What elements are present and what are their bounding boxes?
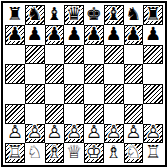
piece-glyph: ♕	[66, 143, 82, 161]
square-g5[interactable]	[124, 64, 144, 84]
square-g4[interactable]	[124, 84, 144, 104]
piece-black-pawn[interactable]: ♟♟	[5, 25, 25, 45]
piece-glyph: ♖	[145, 143, 161, 161]
square-d2[interactable]: ♟♙	[64, 124, 84, 144]
piece-black-rook[interactable]: ♜♜	[143, 5, 163, 25]
piece-white-pawn[interactable]: ♟♙	[84, 124, 104, 144]
piece-glyph: ♚	[86, 5, 102, 23]
square-b5[interactable]	[25, 64, 45, 84]
piece-black-bishop[interactable]: ♝♝	[45, 5, 65, 25]
chess-diagram: { "game": "chess", "description": "Monoc…	[0, 0, 168, 168]
square-h7[interactable]: ♟♟	[143, 25, 163, 45]
square-c3[interactable]	[45, 104, 65, 124]
square-b8[interactable]: ♞♞	[25, 5, 45, 25]
square-c5[interactable]	[45, 64, 65, 84]
piece-glyph: ♞	[27, 5, 43, 23]
square-g1[interactable]: ♞♘	[124, 143, 144, 163]
piece-glyph: ♟	[46, 25, 62, 43]
square-a3[interactable]	[5, 104, 25, 124]
square-h4[interactable]	[143, 84, 163, 104]
piece-white-pawn[interactable]: ♟♙	[124, 124, 144, 144]
piece-white-pawn[interactable]: ♟♙	[104, 124, 124, 144]
square-d4[interactable]	[64, 84, 84, 104]
square-f6[interactable]	[104, 45, 124, 65]
square-e8[interactable]: ♚♚	[84, 5, 104, 25]
piece-black-knight[interactable]: ♞♞	[124, 5, 144, 25]
board-frame: ♜♜♞♞♝♝♛♛♚♚♝♝♞♞♜♜♟♟♟♟♟♟♟♟♟♟♟♟♟♟♟♟♟♙♟♙♟♙♟♙…	[1, 1, 167, 167]
square-a7[interactable]: ♟♟	[5, 25, 25, 45]
square-a5[interactable]	[5, 64, 25, 84]
piece-glyph: ♙	[125, 124, 141, 142]
piece-glyph: ♟	[7, 25, 23, 43]
square-f8[interactable]: ♝♝	[104, 5, 124, 25]
piece-white-pawn[interactable]: ♟♙	[25, 124, 45, 144]
piece-glyph: ♟	[66, 25, 82, 43]
piece-glyph: ♙	[46, 124, 62, 142]
square-b4[interactable]	[25, 84, 45, 104]
piece-glyph: ♞	[125, 5, 141, 23]
square-c8[interactable]: ♝♝	[45, 5, 65, 25]
piece-white-pawn[interactable]: ♟♙	[143, 124, 163, 144]
square-e5[interactable]	[84, 64, 104, 84]
square-d1[interactable]: ♛♕	[64, 143, 84, 163]
square-g7[interactable]: ♟♟	[124, 25, 144, 45]
square-b3[interactable]	[25, 104, 45, 124]
piece-white-pawn[interactable]: ♟♙	[45, 124, 65, 144]
square-e6[interactable]	[84, 45, 104, 65]
square-d7[interactable]: ♟♟	[64, 25, 84, 45]
square-f2[interactable]: ♟♙	[104, 124, 124, 144]
piece-glyph: ♙	[145, 124, 161, 142]
square-d3[interactable]	[64, 104, 84, 124]
piece-glyph: ♟	[125, 25, 141, 43]
piece-black-pawn[interactable]: ♟♟	[84, 25, 104, 45]
piece-white-rook[interactable]: ♜♖	[5, 143, 25, 163]
piece-black-bishop[interactable]: ♝♝	[104, 5, 124, 25]
piece-glyph: ♘	[125, 143, 141, 161]
square-f4[interactable]	[104, 84, 124, 104]
square-e1[interactable]: ♚♔	[84, 143, 104, 163]
square-g6[interactable]	[124, 45, 144, 65]
square-h3[interactable]	[143, 104, 163, 124]
piece-glyph: ♗	[46, 143, 62, 161]
square-a6[interactable]	[5, 45, 25, 65]
square-h8[interactable]: ♜♜	[143, 5, 163, 25]
piece-white-knight[interactable]: ♞♘	[25, 143, 45, 163]
piece-white-pawn[interactable]: ♟♙	[64, 124, 84, 144]
square-c6[interactable]	[45, 45, 65, 65]
piece-black-pawn[interactable]: ♟♟	[124, 25, 144, 45]
piece-black-pawn[interactable]: ♟♟	[45, 25, 65, 45]
piece-black-king[interactable]: ♚♚	[84, 5, 104, 25]
piece-white-king[interactable]: ♚♔	[84, 143, 104, 163]
square-c7[interactable]: ♟♟	[45, 25, 65, 45]
chess-board: ♜♜♞♞♝♝♛♛♚♚♝♝♞♞♜♜♟♟♟♟♟♟♟♟♟♟♟♟♟♟♟♟♟♙♟♙♟♙♟♙…	[5, 5, 163, 163]
piece-glyph: ♙	[106, 124, 122, 142]
square-a2[interactable]: ♟♙	[5, 124, 25, 144]
square-c4[interactable]	[45, 84, 65, 104]
piece-glyph: ♜	[7, 5, 23, 23]
square-e2[interactable]: ♟♙	[84, 124, 104, 144]
piece-glyph: ♝	[106, 5, 122, 23]
square-c1[interactable]: ♝♗	[45, 143, 65, 163]
square-a1[interactable]: ♜♖	[5, 143, 25, 163]
square-e4[interactable]	[84, 84, 104, 104]
square-e3[interactable]	[84, 104, 104, 124]
piece-glyph: ♙	[7, 124, 23, 142]
square-f7[interactable]: ♟♟	[104, 25, 124, 45]
piece-white-rook[interactable]: ♜♖	[143, 143, 163, 163]
piece-white-knight[interactable]: ♞♘	[124, 143, 144, 163]
piece-glyph: ♜	[145, 5, 161, 23]
piece-white-queen[interactable]: ♛♕	[64, 143, 84, 163]
square-f5[interactable]	[104, 64, 124, 84]
piece-glyph: ♗	[106, 143, 122, 161]
square-g3[interactable]	[124, 104, 144, 124]
piece-glyph: ♙	[86, 124, 102, 142]
piece-white-bishop[interactable]: ♝♗	[45, 143, 65, 163]
piece-black-pawn[interactable]: ♟♟	[25, 25, 45, 45]
piece-glyph: ♔	[86, 143, 102, 161]
square-d5[interactable]	[64, 64, 84, 84]
piece-glyph: ♟	[145, 25, 161, 43]
square-c2[interactable]: ♟♙	[45, 124, 65, 144]
square-b7[interactable]: ♟♟	[25, 25, 45, 45]
piece-glyph: ♟	[106, 25, 122, 43]
piece-black-pawn[interactable]: ♟♟	[104, 25, 124, 45]
piece-glyph: ♙	[66, 124, 82, 142]
square-a4[interactable]	[5, 84, 25, 104]
square-h5[interactable]	[143, 64, 163, 84]
square-h6[interactable]	[143, 45, 163, 65]
piece-white-pawn[interactable]: ♟♙	[5, 124, 25, 144]
piece-black-pawn[interactable]: ♟♟	[64, 25, 84, 45]
piece-black-queen[interactable]: ♛♛	[64, 5, 84, 25]
piece-glyph: ♝	[46, 5, 62, 23]
square-d8[interactable]: ♛♛	[64, 5, 84, 25]
square-f1[interactable]: ♝♗	[104, 143, 124, 163]
square-b6[interactable]	[25, 45, 45, 65]
square-b1[interactable]: ♞♘	[25, 143, 45, 163]
square-e7[interactable]: ♟♟	[84, 25, 104, 45]
piece-black-knight[interactable]: ♞♞	[25, 5, 45, 25]
piece-glyph: ♘	[27, 143, 43, 161]
square-d6[interactable]	[64, 45, 84, 65]
piece-glyph: ♙	[27, 124, 43, 142]
square-a8[interactable]: ♜♜	[5, 5, 25, 25]
square-f3[interactable]	[104, 104, 124, 124]
piece-white-bishop[interactable]: ♝♗	[104, 143, 124, 163]
square-g2[interactable]: ♟♙	[124, 124, 144, 144]
square-b2[interactable]: ♟♙	[25, 124, 45, 144]
piece-glyph: ♖	[7, 143, 23, 161]
piece-glyph: ♟	[86, 25, 102, 43]
square-h1[interactable]: ♜♖	[143, 143, 163, 163]
piece-black-rook[interactable]: ♜♜	[5, 5, 25, 25]
square-g8[interactable]: ♞♞	[124, 5, 144, 25]
piece-glyph: ♛	[66, 5, 82, 23]
piece-black-pawn[interactable]: ♟♟	[143, 25, 163, 45]
piece-glyph: ♟	[27, 25, 43, 43]
square-h2[interactable]: ♟♙	[143, 124, 163, 144]
